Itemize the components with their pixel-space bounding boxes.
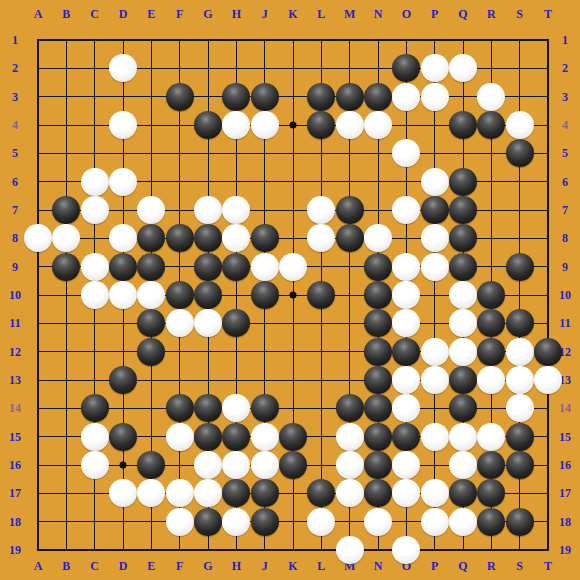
stone-black-O12[interactable] [392, 338, 420, 366]
star-point-K4 [290, 122, 297, 129]
col-label-top-D: D [119, 8, 128, 20]
stone-black-K16[interactable] [279, 451, 307, 479]
row-label-right-5: 5 [562, 147, 568, 159]
row-label-right-11: 11 [559, 317, 570, 329]
stone-black-Q13[interactable] [449, 366, 477, 394]
stone-white-S12[interactable] [506, 338, 534, 366]
row-label-right-10: 10 [559, 289, 571, 301]
stone-black-O15[interactable] [392, 423, 420, 451]
stone-white-E17[interactable] [137, 479, 165, 507]
grid-line-vertical [547, 39, 549, 551]
col-label-top-N: N [374, 8, 383, 20]
star-point-K10 [290, 292, 297, 299]
stone-black-T12[interactable] [534, 338, 562, 366]
stone-black-J10[interactable] [251, 281, 279, 309]
stone-black-M8[interactable] [336, 224, 364, 252]
col-label-top-L: L [317, 8, 325, 20]
stone-white-R3[interactable] [477, 83, 505, 111]
stone-white-S14[interactable] [506, 394, 534, 422]
stone-white-P3[interactable] [421, 83, 449, 111]
grid-line-vertical [37, 39, 39, 551]
stone-white-P18[interactable] [421, 508, 449, 536]
stone-black-G18[interactable] [194, 508, 222, 536]
row-label-left-11: 11 [9, 317, 20, 329]
grid-line-vertical [66, 39, 67, 551]
col-label-top-K: K [288, 8, 297, 20]
row-label-left-4: 4 [12, 119, 18, 131]
stone-white-O14[interactable] [392, 394, 420, 422]
col-label-bottom-P: P [431, 560, 438, 572]
stone-black-J14[interactable] [251, 394, 279, 422]
stone-black-P7[interactable] [421, 196, 449, 224]
col-label-bottom-N: N [374, 560, 383, 572]
col-label-bottom-J: J [262, 560, 268, 572]
stone-black-Q14[interactable] [449, 394, 477, 422]
stone-black-L3[interactable] [307, 83, 335, 111]
col-label-top-S: S [516, 8, 523, 20]
col-label-top-M: M [344, 8, 355, 20]
col-label-top-P: P [431, 8, 438, 20]
col-label-top-C: C [90, 8, 99, 20]
stone-white-O7[interactable] [392, 196, 420, 224]
stone-black-S5[interactable] [506, 139, 534, 167]
row-label-right-14: 14 [559, 402, 571, 414]
col-label-bottom-D: D [119, 560, 128, 572]
col-label-bottom-K: K [288, 560, 297, 572]
stone-white-O17[interactable] [392, 479, 420, 507]
row-label-left-17: 17 [9, 487, 21, 499]
stone-white-O3[interactable] [392, 83, 420, 111]
stone-black-J17[interactable] [251, 479, 279, 507]
stone-black-Q7[interactable] [449, 196, 477, 224]
col-label-top-O: O [402, 8, 411, 20]
stone-black-M7[interactable] [336, 196, 364, 224]
stone-black-N9[interactable] [364, 253, 392, 281]
stone-black-R18[interactable] [477, 508, 505, 536]
stone-white-G16[interactable] [194, 451, 222, 479]
stone-white-D2[interactable] [109, 54, 137, 82]
stone-white-E10[interactable] [137, 281, 165, 309]
col-label-top-H: H [232, 8, 241, 20]
stone-black-C14[interactable] [81, 394, 109, 422]
stone-black-E8[interactable] [137, 224, 165, 252]
stone-white-J16[interactable] [251, 451, 279, 479]
row-label-left-5: 5 [12, 147, 18, 159]
row-label-left-15: 15 [9, 431, 21, 443]
stone-black-E11[interactable] [137, 309, 165, 337]
stone-black-Q17[interactable] [449, 479, 477, 507]
stone-white-G7[interactable] [194, 196, 222, 224]
stone-white-M15[interactable] [336, 423, 364, 451]
row-label-left-10: 10 [9, 289, 21, 301]
stone-white-Q16[interactable] [449, 451, 477, 479]
grid-line-vertical [434, 39, 435, 551]
stone-black-Q4[interactable] [449, 111, 477, 139]
stone-black-Q6[interactable] [449, 168, 477, 196]
stone-white-O5[interactable] [392, 139, 420, 167]
row-label-right-17: 17 [559, 487, 571, 499]
stone-white-P12[interactable] [421, 338, 449, 366]
stone-black-S9[interactable] [506, 253, 534, 281]
col-label-top-F: F [176, 8, 183, 20]
col-label-top-R: R [487, 8, 496, 20]
stone-white-H7[interactable] [222, 196, 250, 224]
stone-black-R12[interactable] [477, 338, 505, 366]
stone-black-R11[interactable] [477, 309, 505, 337]
stone-white-M4[interactable] [336, 111, 364, 139]
stone-black-E16[interactable] [137, 451, 165, 479]
stone-black-R16[interactable] [477, 451, 505, 479]
col-label-bottom-Q: Q [458, 560, 467, 572]
stone-white-P13[interactable] [421, 366, 449, 394]
stone-black-N16[interactable] [364, 451, 392, 479]
row-label-left-18: 18 [9, 516, 21, 528]
stone-white-R15[interactable] [477, 423, 505, 451]
row-label-right-19: 19 [559, 544, 571, 556]
stone-black-J8[interactable] [251, 224, 279, 252]
stone-white-B8[interactable] [52, 224, 80, 252]
stone-black-F3[interactable] [166, 83, 194, 111]
stone-white-J9[interactable] [251, 253, 279, 281]
stone-white-G11[interactable] [194, 309, 222, 337]
stone-white-R13[interactable] [477, 366, 505, 394]
stone-white-O13[interactable] [392, 366, 420, 394]
stone-black-G4[interactable] [194, 111, 222, 139]
row-label-left-13: 13 [9, 374, 21, 386]
stone-black-R4[interactable] [477, 111, 505, 139]
stone-white-G17[interactable] [194, 479, 222, 507]
stone-black-L4[interactable] [307, 111, 335, 139]
stone-black-L10[interactable] [307, 281, 335, 309]
col-label-bottom-A: A [34, 560, 43, 572]
stone-white-C6[interactable] [81, 168, 109, 196]
col-label-bottom-B: B [62, 560, 70, 572]
stone-black-S15[interactable] [506, 423, 534, 451]
stone-white-P15[interactable] [421, 423, 449, 451]
row-label-right-9: 9 [562, 261, 568, 273]
stone-white-C15[interactable] [81, 423, 109, 451]
col-label-top-J: J [262, 8, 268, 20]
col-label-top-T: T [544, 8, 552, 20]
row-label-left-6: 6 [12, 176, 18, 188]
stone-white-O9[interactable] [392, 253, 420, 281]
stone-black-N13[interactable] [364, 366, 392, 394]
col-label-top-Q: Q [458, 8, 467, 20]
stone-white-D17[interactable] [109, 479, 137, 507]
row-label-left-14: 14 [9, 402, 21, 414]
stone-white-S4[interactable] [506, 111, 534, 139]
stone-white-O16[interactable] [392, 451, 420, 479]
row-label-right-4: 4 [562, 119, 568, 131]
row-label-right-16: 16 [559, 459, 571, 471]
stone-white-Q12[interactable] [449, 338, 477, 366]
stone-white-H16[interactable] [222, 451, 250, 479]
row-label-right-6: 6 [562, 176, 568, 188]
stone-white-O10[interactable] [392, 281, 420, 309]
stone-black-J18[interactable] [251, 508, 279, 536]
stone-white-P17[interactable] [421, 479, 449, 507]
stone-white-Q11[interactable] [449, 309, 477, 337]
stone-black-D15[interactable] [109, 423, 137, 451]
col-label-bottom-T: T [544, 560, 552, 572]
stone-white-C10[interactable] [81, 281, 109, 309]
stone-black-N3[interactable] [364, 83, 392, 111]
row-label-right-1: 1 [562, 34, 568, 46]
stone-black-Q9[interactable] [449, 253, 477, 281]
stone-black-N15[interactable] [364, 423, 392, 451]
row-label-right-15: 15 [559, 431, 571, 443]
stone-white-A8[interactable] [24, 224, 52, 252]
stone-black-G14[interactable] [194, 394, 222, 422]
stone-white-M17[interactable] [336, 479, 364, 507]
row-label-left-1: 1 [12, 34, 18, 46]
stone-white-S13[interactable] [506, 366, 534, 394]
stone-white-F17[interactable] [166, 479, 194, 507]
stone-white-H8[interactable] [222, 224, 250, 252]
stone-black-E12[interactable] [137, 338, 165, 366]
stone-black-H17[interactable] [222, 479, 250, 507]
stone-white-F15[interactable] [166, 423, 194, 451]
col-label-bottom-F: F [176, 560, 183, 572]
col-label-bottom-R: R [487, 560, 496, 572]
col-label-top-G: G [203, 8, 212, 20]
stone-black-H9[interactable] [222, 253, 250, 281]
row-label-left-3: 3 [12, 91, 18, 103]
stone-white-N4[interactable] [364, 111, 392, 139]
stone-black-H3[interactable] [222, 83, 250, 111]
col-label-top-E: E [147, 8, 155, 20]
stone-black-G9[interactable] [194, 253, 222, 281]
row-label-left-8: 8 [12, 232, 18, 244]
stone-black-J3[interactable] [251, 83, 279, 111]
stone-white-D4[interactable] [109, 111, 137, 139]
row-label-right-8: 8 [562, 232, 568, 244]
stone-black-K15[interactable] [279, 423, 307, 451]
stone-black-Q8[interactable] [449, 224, 477, 252]
star-point-D16 [120, 462, 127, 469]
stone-black-D13[interactable] [109, 366, 137, 394]
stone-black-H11[interactable] [222, 309, 250, 337]
col-label-bottom-G: G [203, 560, 212, 572]
stone-black-R10[interactable] [477, 281, 505, 309]
stone-white-C9[interactable] [81, 253, 109, 281]
stone-white-J15[interactable] [251, 423, 279, 451]
stone-white-P8[interactable] [421, 224, 449, 252]
stone-black-G8[interactable] [194, 224, 222, 252]
stone-white-T13[interactable] [534, 366, 562, 394]
row-label-left-19: 19 [9, 544, 21, 556]
stone-white-N8[interactable] [364, 224, 392, 252]
stone-black-D9[interactable] [109, 253, 137, 281]
stone-white-Q15[interactable] [449, 423, 477, 451]
stone-white-D10[interactable] [109, 281, 137, 309]
stone-white-P9[interactable] [421, 253, 449, 281]
stone-white-F11[interactable] [166, 309, 194, 337]
row-label-left-16: 16 [9, 459, 21, 471]
stone-black-M14[interactable] [336, 394, 364, 422]
row-label-right-7: 7 [562, 204, 568, 216]
stone-white-O11[interactable] [392, 309, 420, 337]
stone-black-N10[interactable] [364, 281, 392, 309]
col-label-bottom-S: S [516, 560, 523, 572]
stone-black-F14[interactable] [166, 394, 194, 422]
stone-black-R17[interactable] [477, 479, 505, 507]
row-label-right-2: 2 [562, 62, 568, 74]
row-label-left-7: 7 [12, 204, 18, 216]
stone-white-H4[interactable] [222, 111, 250, 139]
stone-white-C7[interactable] [81, 196, 109, 224]
stone-white-J4[interactable] [251, 111, 279, 139]
stone-white-D6[interactable] [109, 168, 137, 196]
stone-black-B7[interactable] [52, 196, 80, 224]
stone-white-C16[interactable] [81, 451, 109, 479]
stone-black-S18[interactable] [506, 508, 534, 536]
stone-black-M3[interactable] [336, 83, 364, 111]
row-label-left-12: 12 [9, 346, 21, 358]
stone-black-B9[interactable] [52, 253, 80, 281]
stone-white-K9[interactable] [279, 253, 307, 281]
stone-white-H14[interactable] [222, 394, 250, 422]
col-label-top-B: B [62, 8, 70, 20]
stone-black-N14[interactable] [364, 394, 392, 422]
row-label-left-2: 2 [12, 62, 18, 74]
stone-white-L7[interactable] [307, 196, 335, 224]
stone-black-F10[interactable] [166, 281, 194, 309]
stone-white-M19[interactable] [336, 536, 364, 564]
stone-white-H18[interactable] [222, 508, 250, 536]
stone-black-L17[interactable] [307, 479, 335, 507]
stone-black-N17[interactable] [364, 479, 392, 507]
stone-white-Q18[interactable] [449, 508, 477, 536]
stone-white-Q2[interactable] [449, 54, 477, 82]
stone-black-F8[interactable] [166, 224, 194, 252]
stone-black-N12[interactable] [364, 338, 392, 366]
stone-black-H15[interactable] [222, 423, 250, 451]
stone-black-G15[interactable] [194, 423, 222, 451]
stone-white-M16[interactable] [336, 451, 364, 479]
stone-white-F18[interactable] [166, 508, 194, 536]
stone-black-N11[interactable] [364, 309, 392, 337]
stone-white-Q10[interactable] [449, 281, 477, 309]
stone-white-P6[interactable] [421, 168, 449, 196]
stone-black-O2[interactable] [392, 54, 420, 82]
stone-white-D8[interactable] [109, 224, 137, 252]
stone-black-S16[interactable] [506, 451, 534, 479]
col-label-bottom-L: L [317, 560, 325, 572]
stone-white-O19[interactable] [392, 536, 420, 564]
col-label-bottom-C: C [90, 560, 99, 572]
row-label-right-3: 3 [562, 91, 568, 103]
col-label-bottom-E: E [147, 560, 155, 572]
row-label-left-9: 9 [12, 261, 18, 273]
col-label-top-A: A [34, 8, 43, 20]
stone-black-G10[interactable] [194, 281, 222, 309]
stone-white-L8[interactable] [307, 224, 335, 252]
go-board[interactable]: AABBCCDDEEFFGGHHJJKKLLMMNNOOPPQQRRSSTT11… [0, 0, 580, 580]
stone-white-L18[interactable] [307, 508, 335, 536]
stone-white-N18[interactable] [364, 508, 392, 536]
col-label-bottom-H: H [232, 560, 241, 572]
stone-white-P2[interactable] [421, 54, 449, 82]
stone-white-E7[interactable] [137, 196, 165, 224]
row-label-right-18: 18 [559, 516, 571, 528]
stone-black-S11[interactable] [506, 309, 534, 337]
stone-black-E9[interactable] [137, 253, 165, 281]
